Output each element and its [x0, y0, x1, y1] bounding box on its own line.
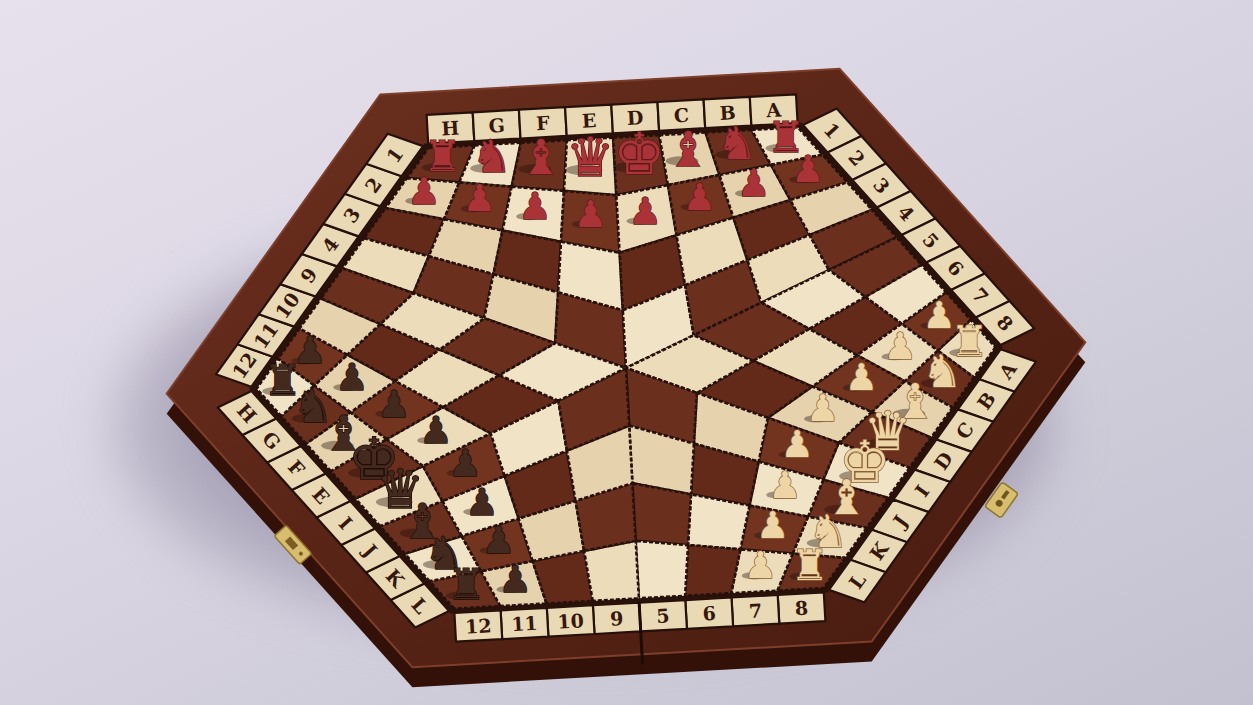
svg-text:♟: ♟: [499, 558, 532, 601]
chess-piece-red-pawn[interactable]: ♟: [461, 177, 496, 220]
svg-text:♟: ♟: [419, 409, 452, 452]
chess-piece-white-rook[interactable]: ♜: [789, 541, 828, 590]
svg-text:♟: ♟: [845, 356, 878, 399]
svg-text:♜: ♜: [791, 541, 829, 590]
svg-text:♟: ♟: [780, 423, 813, 466]
svg-text:♟: ♟: [768, 464, 801, 507]
scene: HGFEDCBA12345678ABCDIJKL87659101112LKJIE…: [0, 0, 1253, 705]
svg-text:♟: ♟: [756, 504, 789, 547]
chess-piece-dark-pawn[interactable]: ♟: [480, 519, 515, 562]
board-cell[interactable]: [688, 494, 750, 549]
svg-text:♟: ♟: [482, 519, 515, 562]
board-cell[interactable]: [685, 545, 740, 596]
chess-piece-dark-pawn[interactable]: ♟: [497, 558, 532, 601]
chess-piece-red-pawn[interactable]: ♟: [789, 148, 824, 191]
svg-text:♟: ♟: [744, 544, 777, 587]
edge-label: 10: [557, 609, 585, 632]
svg-text:♟: ♟: [465, 481, 498, 524]
svg-text:♟: ♟: [377, 383, 410, 426]
edge-label: 11: [511, 612, 539, 635]
edge-label: 12: [464, 614, 492, 637]
chess-piece-red-knight[interactable]: ♞: [470, 130, 511, 183]
svg-text:♟: ♟: [884, 325, 917, 368]
svg-text:♟: ♟: [791, 148, 824, 191]
svg-text:♛: ♛: [566, 126, 614, 189]
chess-piece-white-pawn[interactable]: ♟: [742, 544, 777, 587]
chess-piece-red-pawn[interactable]: ♟: [572, 193, 607, 236]
chess-piece-red-king[interactable]: ♚: [613, 120, 665, 188]
svg-text:♜: ♜: [447, 560, 485, 609]
svg-text:♟: ♟: [449, 442, 482, 485]
chess-piece-red-pawn[interactable]: ♟: [516, 185, 551, 228]
chess-piece-white-pawn[interactable]: ♟: [779, 423, 814, 466]
edge-label: 5: [656, 604, 670, 627]
svg-text:♟: ♟: [335, 356, 368, 399]
svg-text:♟: ♟: [628, 190, 661, 233]
chess-piece-red-bishop[interactable]: ♝: [666, 121, 710, 177]
svg-text:♟: ♟: [683, 176, 716, 219]
chess-piece-dark-pawn[interactable]: ♟: [417, 409, 452, 452]
board-cell[interactable]: [632, 483, 691, 545]
svg-text:♞: ♞: [471, 130, 511, 183]
edge-label: 8: [794, 597, 808, 620]
chess-piece-red-pawn[interactable]: ♟: [735, 162, 770, 205]
chess-piece-white-pawn[interactable]: ♟: [882, 325, 917, 368]
chess-piece-red-pawn[interactable]: ♟: [405, 170, 440, 213]
edge-label: 6: [702, 602, 716, 625]
svg-text:♟: ♟: [518, 185, 551, 228]
chess-piece-white-pawn[interactable]: ♟: [843, 356, 878, 399]
chess-piece-dark-pawn[interactable]: ♟: [333, 356, 368, 399]
chess-piece-white-pawn[interactable]: ♟: [754, 504, 789, 547]
svg-text:♝: ♝: [519, 129, 562, 185]
chess-piece-dark-pawn[interactable]: ♟: [447, 442, 482, 485]
svg-text:♟: ♟: [463, 177, 496, 220]
board-cell[interactable]: [636, 541, 688, 599]
svg-text:♚: ♚: [613, 120, 665, 188]
chess-piece-red-pawn[interactable]: ♟: [626, 190, 661, 233]
chess-piece-dark-rook[interactable]: ♜: [446, 560, 485, 609]
chess-piece-dark-pawn[interactable]: ♟: [375, 383, 410, 426]
chess-piece-red-queen[interactable]: ♛: [566, 126, 615, 189]
three-player-chess-board: HGFEDCBA12345678ABCDIJKL87659101112LKJIE…: [0, 0, 1253, 705]
svg-text:♝: ♝: [667, 121, 710, 177]
svg-text:♟: ♟: [407, 170, 440, 213]
chess-piece-red-pawn[interactable]: ♟: [681, 176, 716, 219]
svg-text:♟: ♟: [737, 162, 770, 205]
edge-label: 7: [748, 599, 762, 622]
chess-piece-dark-pawn[interactable]: ♟: [463, 481, 498, 524]
chess-piece-white-pawn[interactable]: ♟: [766, 464, 801, 507]
edge-label: 9: [610, 607, 624, 630]
chess-piece-red-bishop[interactable]: ♝: [519, 129, 563, 185]
svg-text:♟: ♟: [574, 193, 607, 236]
